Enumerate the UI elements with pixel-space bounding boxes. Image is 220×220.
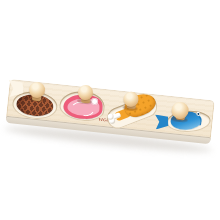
- fish-gill-line: [190, 114, 202, 128]
- fish-pupil: [197, 113, 199, 115]
- drumstick-bone-lobe: [107, 113, 114, 120]
- product-photo: VIGA: [0, 0, 220, 220]
